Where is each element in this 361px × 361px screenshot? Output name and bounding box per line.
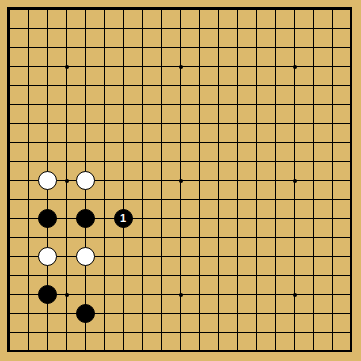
stone-black[interactable] xyxy=(38,209,57,228)
stone-black[interactable]: 1 xyxy=(114,209,133,228)
star-point xyxy=(293,65,297,69)
star-point xyxy=(293,293,297,297)
star-point xyxy=(179,65,183,69)
stone-black[interactable] xyxy=(76,209,95,228)
stone-black[interactable] xyxy=(38,285,57,304)
stone-black[interactable] xyxy=(76,304,95,323)
star-point xyxy=(179,293,183,297)
move-label: 1 xyxy=(115,210,132,227)
star-point xyxy=(65,179,69,183)
stone-white[interactable] xyxy=(38,247,57,266)
star-point xyxy=(293,179,297,183)
go-board[interactable]: 1 xyxy=(0,0,361,361)
stone-white[interactable] xyxy=(76,171,95,190)
stone-white[interactable] xyxy=(76,247,95,266)
stone-white[interactable] xyxy=(38,171,57,190)
star-point xyxy=(65,65,69,69)
star-point xyxy=(65,293,69,297)
star-point xyxy=(179,179,183,183)
screenshot-root: 1 xyxy=(0,0,361,361)
